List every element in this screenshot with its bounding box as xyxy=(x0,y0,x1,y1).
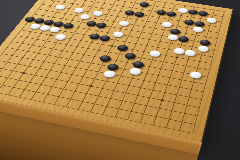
go-board xyxy=(0,0,233,142)
photo-background xyxy=(0,0,240,160)
